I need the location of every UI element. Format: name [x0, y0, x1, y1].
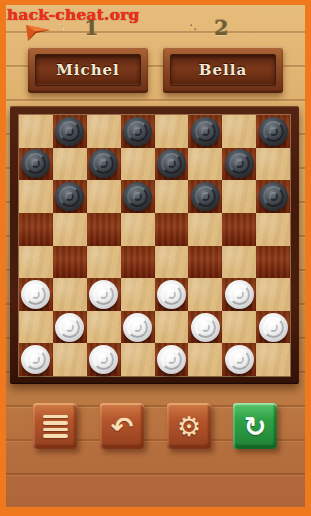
square-d4[interactable]: [121, 246, 155, 279]
white-checker-piece[interactable]: [55, 313, 84, 342]
square-d1: [121, 343, 155, 376]
gear-icon: ⚙: [177, 413, 201, 440]
square-a5[interactable]: [19, 213, 53, 246]
square-a1[interactable]: [19, 343, 53, 376]
restart-arrow-icon: ↻: [244, 413, 267, 440]
square-c4: [87, 246, 121, 279]
square-d8[interactable]: [121, 115, 155, 148]
orange-frame-left: [0, 0, 6, 516]
square-f2[interactable]: [188, 311, 222, 344]
dark-checker-piece[interactable]: [123, 117, 152, 146]
square-a6: [19, 180, 53, 213]
white-checker-piece[interactable]: [89, 280, 118, 309]
square-a4: [19, 246, 53, 279]
square-g8: [222, 115, 256, 148]
square-f6[interactable]: [188, 180, 222, 213]
player2-name-plate-inner: Bella: [170, 54, 276, 86]
dark-checker-piece[interactable]: [225, 149, 254, 178]
square-a2: [19, 311, 53, 344]
checkers-board: [10, 106, 299, 384]
square-d2[interactable]: [121, 311, 155, 344]
square-b5: [53, 213, 87, 246]
square-d7: [121, 148, 155, 181]
menu-button[interactable]: [33, 403, 77, 449]
square-g6: [222, 180, 256, 213]
watermark-text: hack-cheat.org: [7, 5, 140, 24]
square-g2: [222, 311, 256, 344]
square-f3: [188, 278, 222, 311]
dark-checker-piece[interactable]: [191, 182, 220, 211]
square-h1: [256, 343, 290, 376]
player2-name-plate: Bella: [163, 47, 283, 93]
white-checker-piece[interactable]: [157, 345, 186, 374]
hamburger-icon: [43, 415, 68, 438]
square-e8: [155, 115, 189, 148]
square-d5: [121, 213, 155, 246]
square-a3[interactable]: [19, 278, 53, 311]
square-b3: [53, 278, 87, 311]
white-checker-piece[interactable]: [191, 313, 220, 342]
square-g5[interactable]: [222, 213, 256, 246]
square-d3: [121, 278, 155, 311]
square-g1[interactable]: [222, 343, 256, 376]
white-checker-piece[interactable]: [123, 313, 152, 342]
dark-checker-piece[interactable]: [259, 182, 288, 211]
square-h8[interactable]: [256, 115, 290, 148]
square-e1[interactable]: [155, 343, 189, 376]
white-checker-piece[interactable]: [225, 345, 254, 374]
square-b7: [53, 148, 87, 181]
white-checker-piece[interactable]: [89, 345, 118, 374]
turn-indicator-arrow-icon: [26, 21, 50, 42]
checkers-app: hack-cheat.org 1 2 Michel Bella ↶ ⚙: [0, 0, 311, 516]
board-squares: [19, 115, 290, 376]
square-h2[interactable]: [256, 311, 290, 344]
white-checker-piece[interactable]: [157, 280, 186, 309]
square-g7[interactable]: [222, 148, 256, 181]
white-checker-piece[interactable]: [21, 345, 50, 374]
player2-name: Bella: [199, 61, 247, 79]
player2-checker-icon: [187, 21, 206, 40]
square-f7: [188, 148, 222, 181]
dark-checker-piece[interactable]: [191, 117, 220, 146]
square-e6: [155, 180, 189, 213]
square-g4: [222, 246, 256, 279]
square-h6[interactable]: [256, 180, 290, 213]
square-c3[interactable]: [87, 278, 121, 311]
square-e3[interactable]: [155, 278, 189, 311]
square-h3: [256, 278, 290, 311]
dark-checker-piece[interactable]: [55, 117, 84, 146]
square-a7[interactable]: [19, 148, 53, 181]
square-b6[interactable]: [53, 180, 87, 213]
square-b2[interactable]: [53, 311, 87, 344]
square-c2: [87, 311, 121, 344]
square-c1[interactable]: [87, 343, 121, 376]
square-e7[interactable]: [155, 148, 189, 181]
square-d6[interactable]: [121, 180, 155, 213]
square-b4[interactable]: [53, 246, 87, 279]
square-a8: [19, 115, 53, 148]
square-c7[interactable]: [87, 148, 121, 181]
square-g3[interactable]: [222, 278, 256, 311]
white-checker-piece[interactable]: [259, 313, 288, 342]
player1-name-plate-inner: Michel: [35, 54, 141, 86]
player2-number: 2: [214, 15, 229, 40]
restart-button[interactable]: ↻: [233, 403, 277, 449]
player1-name-plate: Michel: [28, 47, 148, 93]
square-b1: [53, 343, 87, 376]
square-e5[interactable]: [155, 213, 189, 246]
square-f5: [188, 213, 222, 246]
square-h4[interactable]: [256, 246, 290, 279]
square-h7: [256, 148, 290, 181]
square-e4: [155, 246, 189, 279]
undo-button[interactable]: ↶: [100, 403, 144, 449]
square-h5: [256, 213, 290, 246]
player1-name: Michel: [56, 61, 120, 79]
square-f4[interactable]: [188, 246, 222, 279]
square-f8[interactable]: [188, 115, 222, 148]
square-c6: [87, 180, 121, 213]
white-checker-piece[interactable]: [21, 280, 50, 309]
dark-checker-piece[interactable]: [259, 117, 288, 146]
square-f1: [188, 343, 222, 376]
dark-checker-piece[interactable]: [55, 182, 84, 211]
dark-checker-piece[interactable]: [123, 182, 152, 211]
white-checker-piece[interactable]: [225, 280, 254, 309]
square-b8[interactable]: [53, 115, 87, 148]
orange-frame-right: [305, 0, 311, 516]
square-c8: [87, 115, 121, 148]
dark-checker-piece[interactable]: [21, 149, 50, 178]
dark-checker-piece[interactable]: [157, 149, 186, 178]
settings-button[interactable]: ⚙: [167, 403, 211, 449]
dark-checker-piece[interactable]: [89, 149, 118, 178]
square-c5[interactable]: [87, 213, 121, 246]
square-e2: [155, 311, 189, 344]
undo-arrow-icon: ↶: [111, 413, 134, 440]
orange-frame-bottom: [0, 507, 311, 516]
orange-frame-top: [0, 0, 311, 5]
